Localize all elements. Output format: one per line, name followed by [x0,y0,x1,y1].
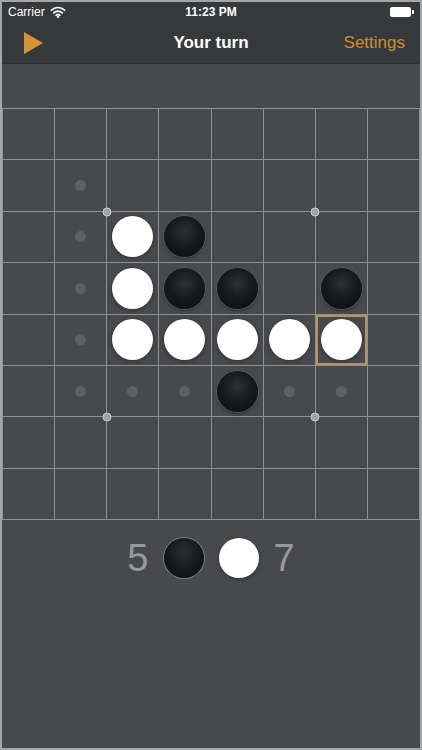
othello-board [2,108,420,520]
cell-e2[interactable] [212,160,263,210]
star-point [311,207,320,216]
cell-e8[interactable] [212,469,263,519]
cell-b6[interactable] [55,366,106,416]
legal-move-hint-dot[interactable] [75,231,86,242]
cell-e1[interactable] [212,109,263,159]
app-screen: Carrier 11:23 PM Your turn Settings 5 7 [0,0,422,750]
cell-a3[interactable] [3,212,54,262]
cell-b4[interactable] [55,263,106,313]
legal-move-hint-dot[interactable] [75,334,86,345]
cell-h6[interactable] [368,366,419,416]
cell-c2[interactable] [107,160,158,210]
cell-g3[interactable] [316,212,367,262]
play-button[interactable] [24,32,43,54]
legal-move-hint-dot[interactable] [179,386,190,397]
legal-move-hint-dot[interactable] [75,180,86,191]
star-point [103,412,112,421]
cell-g7[interactable] [316,417,367,467]
cell-c8[interactable] [107,469,158,519]
cell-g4[interactable] [316,263,367,313]
black-disc [217,268,258,309]
navigation-bar: Your turn Settings [2,22,420,64]
cell-d6[interactable] [159,366,210,416]
cell-b2[interactable] [55,160,106,210]
cell-f6[interactable] [264,366,315,416]
cell-c3[interactable] [107,212,158,262]
black-disc [321,268,362,309]
cell-h3[interactable] [368,212,419,262]
legal-move-hint-dot[interactable] [336,386,347,397]
cell-f8[interactable] [264,469,315,519]
cell-h5[interactable] [368,315,419,365]
battery-icon [390,7,414,17]
carrier-label: Carrier [8,5,45,19]
cell-d4[interactable] [159,263,210,313]
cell-e3[interactable] [212,212,263,262]
cell-d8[interactable] [159,469,210,519]
cell-h7[interactable] [368,417,419,467]
white-disc [321,319,362,360]
cell-e5[interactable] [212,315,263,365]
cell-f4[interactable] [264,263,315,313]
cell-b1[interactable] [55,109,106,159]
cell-f2[interactable] [264,160,315,210]
status-bar: Carrier 11:23 PM [2,2,420,22]
white-disc [217,319,258,360]
cell-h1[interactable] [368,109,419,159]
black-disc [164,216,205,257]
white-disc [112,216,153,257]
cell-d5[interactable] [159,315,210,365]
cell-c7[interactable] [107,417,158,467]
cell-b7[interactable] [55,417,106,467]
white-score: 7 [274,538,295,578]
cell-g8[interactable] [316,469,367,519]
cell-h4[interactable] [368,263,419,313]
cell-a5[interactable] [3,315,54,365]
white-score-disc [219,538,259,578]
cell-f3[interactable] [264,212,315,262]
white-disc [112,319,153,360]
cell-b8[interactable] [55,469,106,519]
cell-d7[interactable] [159,417,210,467]
wifi-icon [50,6,66,18]
cell-g1[interactable] [316,109,367,159]
legal-move-hint-dot[interactable] [284,386,295,397]
cell-b5[interactable] [55,315,106,365]
cell-a4[interactable] [3,263,54,313]
cell-g2[interactable] [316,160,367,210]
play-icon [24,32,43,54]
black-score-disc [164,538,204,578]
cell-c5[interactable] [107,315,158,365]
cell-c4[interactable] [107,263,158,313]
cell-c1[interactable] [107,109,158,159]
white-disc [269,319,310,360]
score-panel: 5 7 [2,538,420,578]
cell-d2[interactable] [159,160,210,210]
black-disc [217,371,258,412]
cell-b3[interactable] [55,212,106,262]
cell-h8[interactable] [368,469,419,519]
cell-a2[interactable] [3,160,54,210]
legal-move-hint-dot[interactable] [75,283,86,294]
legal-move-hint-dot[interactable] [127,386,138,397]
cell-f5[interactable] [264,315,315,365]
cell-c6[interactable] [107,366,158,416]
cell-g6[interactable] [316,366,367,416]
cell-a8[interactable] [3,469,54,519]
settings-button[interactable]: Settings [344,33,405,53]
cell-e4[interactable] [212,263,263,313]
cell-e6[interactable] [212,366,263,416]
star-point [103,207,112,216]
cell-d1[interactable] [159,109,210,159]
black-score: 5 [127,538,148,578]
cell-a7[interactable] [3,417,54,467]
white-disc [164,319,205,360]
cell-a1[interactable] [3,109,54,159]
cell-g5[interactable] [316,315,367,365]
legal-move-hint-dot[interactable] [75,386,86,397]
star-point [311,412,320,421]
cell-d3[interactable] [159,212,210,262]
cell-a6[interactable] [3,366,54,416]
cell-f7[interactable] [264,417,315,467]
cell-h2[interactable] [368,160,419,210]
cell-f1[interactable] [264,109,315,159]
board-top-margin [2,64,420,108]
white-disc [112,268,153,309]
cell-e7[interactable] [212,417,263,467]
black-disc [164,268,205,309]
